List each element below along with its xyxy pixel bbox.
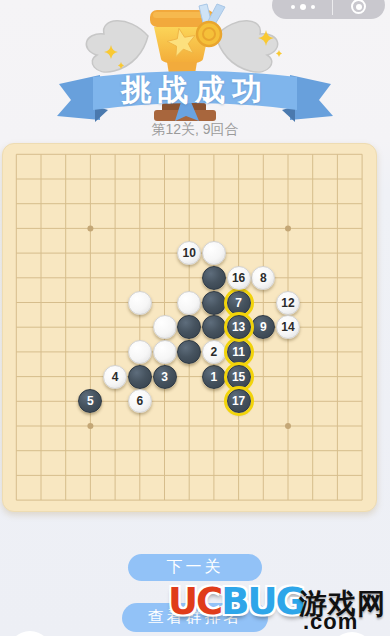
decor-circle-left [8, 631, 52, 636]
stone-white-initial [153, 315, 177, 339]
stone-white-move-6: 6 [128, 389, 152, 413]
stone-black-initial [202, 315, 226, 339]
wing-left-icon [86, 21, 148, 72]
stone-white-move-16: 16 [227, 266, 251, 290]
next-level-button[interactable]: 下一关 [128, 554, 262, 581]
watermark-site-name: 游戏网 [299, 585, 386, 623]
stone-white-initial [153, 340, 177, 364]
stone-black-initial [128, 365, 152, 389]
stone-white-initial [202, 241, 226, 265]
level-round-subtitle: 第12关, 9回合 [0, 121, 390, 139]
stone-black-move-7: 7 [227, 291, 251, 315]
stone-black-move-15: 15 [227, 365, 251, 389]
stone-black-initial [202, 266, 226, 290]
stone-white-move-2: 2 [202, 340, 226, 364]
banner-title: 挑战成功 [0, 74, 390, 106]
stone-white-move-12: 12 [276, 291, 300, 315]
stone-black-move-11: 11 [227, 340, 251, 364]
decor-circle-right [330, 632, 374, 636]
challenge-success-screen: 挑战成功 第12关, 9回合 1234567891011121314151617… [0, 0, 390, 636]
stone-white-initial [177, 291, 201, 315]
stone-white-move-8: 8 [251, 266, 275, 290]
view-group-ranking-button[interactable]: 查看群排名 [122, 603, 268, 632]
stone-white-initial [128, 291, 152, 315]
stone-black-initial [202, 291, 226, 315]
stone-black-move-3: 3 [153, 365, 177, 389]
gomoku-board: 1234567891011121314151617 [2, 143, 377, 512]
stone-black-move-13: 13 [227, 315, 251, 339]
stone-black-move-17: 17 [227, 389, 251, 413]
stone-white-move-4: 4 [103, 365, 127, 389]
stone-white-move-14: 14 [276, 315, 300, 339]
wing-right-icon [216, 21, 278, 72]
stone-black-initial [177, 340, 201, 364]
stone-white-initial [128, 340, 152, 364]
stone-black-move-1: 1 [202, 365, 226, 389]
medal-icon [197, 4, 225, 46]
